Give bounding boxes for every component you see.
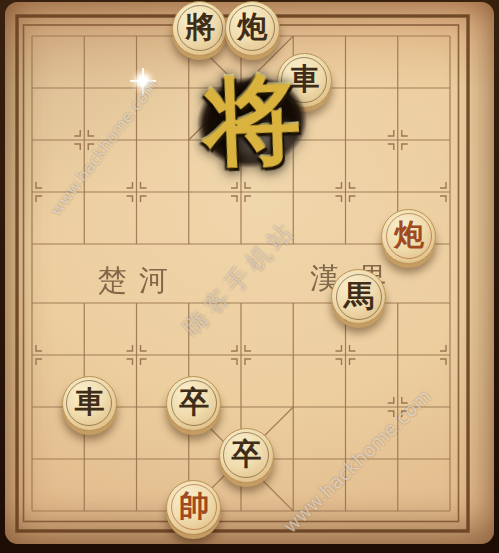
piece-black-soldier[interactable]: 卒 <box>166 376 221 431</box>
piece-red-cannon[interactable]: 炮 <box>381 209 436 264</box>
piece-black-horse[interactable]: 馬 <box>331 269 386 324</box>
river-label-chu: 楚河 <box>98 261 180 301</box>
piece-black-soldier[interactable]: 卒 <box>219 428 274 483</box>
piece-black-general[interactable]: 將 <box>172 1 227 56</box>
piece-glyph: 將 <box>185 12 215 42</box>
piece-glyph: 卒 <box>231 439 261 469</box>
piece-red-general[interactable]: 帥 <box>166 480 221 535</box>
piece-glyph: 炮 <box>237 12 267 42</box>
piece-glyph: 炮 <box>394 220 424 250</box>
piece-glyph: 帥 <box>179 491 209 521</box>
piece-glyph: 馬 <box>344 281 374 311</box>
piece-black-cannon[interactable]: 炮 <box>225 1 280 56</box>
piece-black-chariot[interactable]: 車 <box>277 53 332 108</box>
piece-glyph: 車 <box>74 387 104 417</box>
xiangqi-game-screenshot: { "game": "xiangqi", "position": { "fen"… <box>0 0 499 553</box>
piece-glyph: 卒 <box>179 387 209 417</box>
piece-glyph: 車 <box>289 64 319 94</box>
piece-black-chariot[interactable]: 車 <box>62 376 117 431</box>
